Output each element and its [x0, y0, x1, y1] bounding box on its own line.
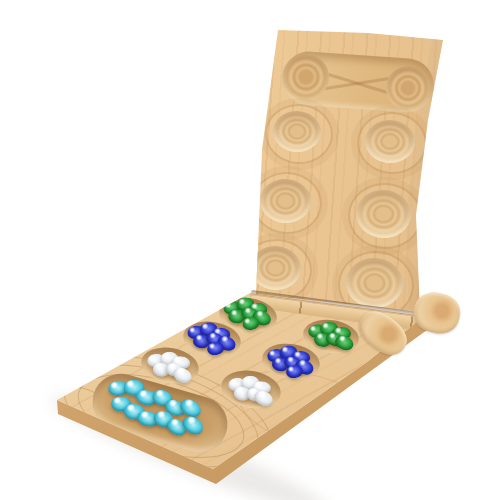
- bead-blue: [206, 341, 225, 356]
- mancala-product-photo: [0, 0, 500, 500]
- bead-green: [241, 316, 260, 332]
